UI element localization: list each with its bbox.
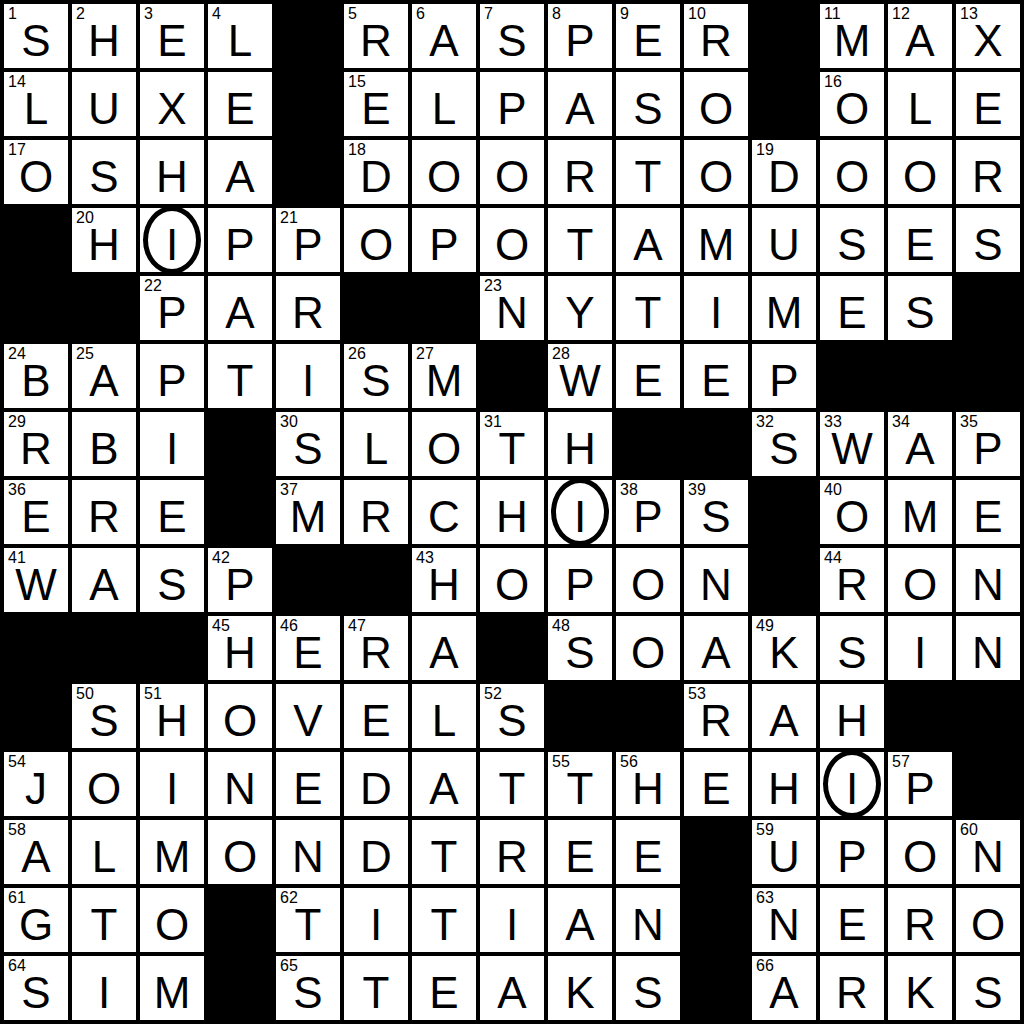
cell-letter: O (888, 563, 952, 607)
cell-r4c2[interactable]: 20H (72, 208, 136, 272)
cell-letter: O (616, 563, 680, 607)
cell-letter: M (140, 835, 204, 879)
cell-r11c5[interactable]: V (276, 684, 340, 748)
cell-r6c3[interactable]: P (140, 344, 204, 408)
cell-letter: O (412, 427, 476, 471)
cell-letter: L (412, 699, 476, 743)
cell-letter: M (140, 971, 204, 1015)
cell-r1c2[interactable]: 2H (72, 4, 136, 68)
cell-r9c3[interactable]: S (140, 548, 204, 612)
cell-r9c4[interactable]: 42P (208, 548, 272, 612)
cell-letter: O (820, 155, 884, 199)
cell-r3c8[interactable]: O (480, 140, 544, 204)
cell-r12c3[interactable]: I (140, 752, 204, 816)
block-cell-r10c2 (72, 616, 136, 680)
block-cell-r15c11 (684, 956, 748, 1020)
cell-r1c7[interactable]: 6A (412, 4, 476, 68)
cell-letter: U (752, 223, 816, 267)
cell-r10c11[interactable]: A (684, 616, 748, 680)
cell-letter: R (548, 155, 612, 199)
cell-r7c15[interactable]: 35P (956, 412, 1020, 476)
cell-letter: T (616, 291, 680, 335)
cell-letter: A (412, 631, 476, 675)
cell-letter: S (684, 495, 748, 539)
block-cell-r6c15 (956, 344, 1020, 408)
cell-letter: O (616, 631, 680, 675)
cell-r11c7[interactable]: L (412, 684, 476, 748)
cell-r3c13[interactable]: O (820, 140, 884, 204)
cell-r4c12[interactable]: U (752, 208, 816, 272)
cell-letter: R (684, 699, 748, 743)
cell-letter: P (820, 835, 884, 879)
cell-letter: A (888, 19, 952, 63)
cell-r12c5[interactable]: E (276, 752, 340, 816)
cell-letter: M (820, 19, 884, 63)
cell-letter: I (72, 971, 136, 1015)
cell-r2c4[interactable]: E (208, 72, 272, 136)
cell-r13c4[interactable]: O (208, 820, 272, 884)
cell-letter: E (208, 87, 272, 131)
cell-letter: P (276, 223, 340, 267)
cell-r14c15[interactable]: O (956, 888, 1020, 952)
cell-r9c11[interactable]: N (684, 548, 748, 612)
cell-r6c4[interactable]: T (208, 344, 272, 408)
cell-r13c5[interactable]: N (276, 820, 340, 884)
cell-r6c1[interactable]: 24B (4, 344, 68, 408)
cell-r14c8[interactable]: I (480, 888, 544, 952)
cell-r12c9[interactable]: 55T (548, 752, 612, 816)
cell-r3c6[interactable]: 18D (344, 140, 408, 204)
cell-r5c5[interactable]: R (276, 276, 340, 340)
cell-letter: U (72, 87, 136, 131)
cell-r8c5[interactable]: 37M (276, 480, 340, 544)
cell-r5c3[interactable]: 22P (140, 276, 204, 340)
cell-letter: B (4, 359, 68, 403)
cell-r11c6[interactable]: E (344, 684, 408, 748)
cell-r7c14[interactable]: 34A (888, 412, 952, 476)
cell-r10c12[interactable]: 49K (752, 616, 816, 680)
cell-r1c15[interactable]: 13X (956, 4, 1020, 68)
cell-letter: A (412, 19, 476, 63)
cell-r11c11[interactable]: 53R (684, 684, 748, 748)
cell-letter: S (4, 19, 68, 63)
cell-r2c6[interactable]: 15E (344, 72, 408, 136)
cell-letter: S (276, 971, 340, 1015)
cell-r4c13[interactable]: S (820, 208, 884, 272)
block-cell-r2c5 (276, 72, 340, 136)
cell-r9c1[interactable]: 41W (4, 548, 68, 612)
cell-letter: I (140, 223, 204, 267)
cell-letter: I (276, 359, 340, 403)
cell-r13c12[interactable]: 59U (752, 820, 816, 884)
cell-r7c5[interactable]: 30S (276, 412, 340, 476)
cell-letter: I (820, 767, 884, 811)
cell-r8c13[interactable]: 40O (820, 480, 884, 544)
cell-r4c15[interactable]: S (956, 208, 1020, 272)
block-cell-r7c10 (616, 412, 680, 476)
cell-r6c11[interactable]: E (684, 344, 748, 408)
cell-letter: P (616, 495, 680, 539)
cell-letter: P (888, 767, 952, 811)
cell-r8c14[interactable]: M (888, 480, 952, 544)
cell-letter: K (752, 631, 816, 675)
cell-letter: M (276, 495, 340, 539)
cell-r1c6[interactable]: 5R (344, 4, 408, 68)
cell-r9c7[interactable]: 43H (412, 548, 476, 612)
cell-r15c15[interactable]: S (956, 956, 1020, 1020)
cell-r12c10[interactable]: 56H (616, 752, 680, 816)
cell-r2c10[interactable]: S (616, 72, 680, 136)
cell-r2c13[interactable]: 16O (820, 72, 884, 136)
cell-r4c10[interactable]: A (616, 208, 680, 272)
cell-r12c6[interactable]: D (344, 752, 408, 816)
cell-r15c10[interactable]: S (616, 956, 680, 1020)
cell-r8c10[interactable]: 38P (616, 480, 680, 544)
cell-r3c3[interactable]: H (140, 140, 204, 204)
cell-letter: N (480, 291, 544, 335)
cell-r14c9[interactable]: A (548, 888, 612, 952)
cell-r10c6[interactable]: 47R (344, 616, 408, 680)
cell-r3c11[interactable]: O (684, 140, 748, 204)
cell-r14c3[interactable]: O (140, 888, 204, 952)
cell-r5c11[interactable]: I (684, 276, 748, 340)
cell-r14c14[interactable]: R (888, 888, 952, 952)
cell-r2c7[interactable]: L (412, 72, 476, 136)
cell-r11c3[interactable]: 51H (140, 684, 204, 748)
cell-r4c11[interactable]: M (684, 208, 748, 272)
cell-r14c7[interactable]: T (412, 888, 476, 952)
cell-r3c14[interactable]: O (888, 140, 952, 204)
cell-r5c10[interactable]: T (616, 276, 680, 340)
cell-letter: I (140, 767, 204, 811)
cell-r1c3[interactable]: 3E (140, 4, 204, 68)
cell-letter: T (344, 971, 408, 1015)
cell-r2c8[interactable]: P (480, 72, 544, 136)
cell-r5c12[interactable]: M (752, 276, 816, 340)
cell-letter: S (72, 155, 136, 199)
cell-r1c14[interactable]: 12A (888, 4, 952, 68)
cell-r12c2[interactable]: O (72, 752, 136, 816)
cell-letter: E (956, 87, 1020, 131)
cell-letter: R (956, 155, 1020, 199)
cell-r10c15[interactable]: N (956, 616, 1020, 680)
cell-r4c5[interactable]: 21P (276, 208, 340, 272)
cell-letter: N (276, 835, 340, 879)
cell-letter: M (752, 291, 816, 335)
cell-r13c6[interactable]: D (344, 820, 408, 884)
cell-r11c2[interactable]: 50S (72, 684, 136, 748)
cell-letter: S (820, 223, 884, 267)
cell-r2c2[interactable]: U (72, 72, 136, 136)
cell-r12c1[interactable]: 54J (4, 752, 68, 816)
cell-r3c10[interactable]: T (616, 140, 680, 204)
cell-r3c7[interactable]: O (412, 140, 476, 204)
cell-r3c4[interactable]: A (208, 140, 272, 204)
cell-letter: E (140, 495, 204, 539)
cell-r4c14[interactable]: E (888, 208, 952, 272)
cell-letter: P (956, 427, 1020, 471)
cell-letter: R (72, 495, 136, 539)
cell-r12c12[interactable]: H (752, 752, 816, 816)
cell-letter: A (72, 563, 136, 607)
cell-letter: L (412, 87, 476, 131)
cell-r2c1[interactable]: 14L (4, 72, 68, 136)
cell-r9c10[interactable]: O (616, 548, 680, 612)
cell-r13c9[interactable]: E (548, 820, 612, 884)
cell-r11c12[interactable]: A (752, 684, 816, 748)
cell-r14c6[interactable]: I (344, 888, 408, 952)
cell-r2c14[interactable]: L (888, 72, 952, 136)
cell-r15c1[interactable]: 64S (4, 956, 68, 1020)
cell-letter: O (888, 155, 952, 199)
cell-letter: S (276, 427, 340, 471)
cell-letter: I (684, 291, 748, 335)
block-cell-r13c11 (684, 820, 748, 884)
cell-r7c8[interactable]: 31T (480, 412, 544, 476)
cell-letter: W (4, 563, 68, 607)
cell-r3c15[interactable]: R (956, 140, 1020, 204)
cell-letter: N (752, 903, 816, 947)
cell-r1c9[interactable]: 8P (548, 4, 612, 68)
cell-r7c12[interactable]: 32S (752, 412, 816, 476)
cell-letter: E (820, 291, 884, 335)
block-cell-r9c12 (752, 548, 816, 612)
cell-r1c11[interactable]: 10R (684, 4, 748, 68)
cell-letter: I (480, 903, 544, 947)
cell-letter: A (480, 971, 544, 1015)
cell-r6c12[interactable]: P (752, 344, 816, 408)
cell-letter: B (72, 427, 136, 471)
block-cell-r1c5 (276, 4, 340, 68)
cell-r5c13[interactable]: E (820, 276, 884, 340)
cell-letter: K (888, 971, 952, 1015)
cell-r14c1[interactable]: 61G (4, 888, 68, 952)
block-cell-r3c5 (276, 140, 340, 204)
cell-r15c13[interactable]: R (820, 956, 884, 1020)
cell-letter: V (276, 699, 340, 743)
cell-r12c7[interactable]: A (412, 752, 476, 816)
cell-letter: O (4, 155, 68, 199)
cell-r15c7[interactable]: E (412, 956, 476, 1020)
cell-r5c4[interactable]: A (208, 276, 272, 340)
cell-r8c2[interactable]: R (72, 480, 136, 544)
cell-r10c13[interactable]: S (820, 616, 884, 680)
cell-r14c13[interactable]: E (820, 888, 884, 952)
cell-r15c6[interactable]: T (344, 956, 408, 1020)
cell-letter: L (72, 835, 136, 879)
cell-r7c6[interactable]: L (344, 412, 408, 476)
cell-r14c2[interactable]: T (72, 888, 136, 952)
cell-letter: I (888, 631, 952, 675)
cell-r6c5[interactable]: I (276, 344, 340, 408)
cell-r1c8[interactable]: 7S (480, 4, 544, 68)
cell-r8c15[interactable]: E (956, 480, 1020, 544)
cell-r10c4[interactable]: 45H (208, 616, 272, 680)
cell-r5c8[interactable]: 23N (480, 276, 544, 340)
cell-r10c5[interactable]: 46E (276, 616, 340, 680)
cell-r15c5[interactable]: 65S (276, 956, 340, 1020)
cell-r3c9[interactable]: R (548, 140, 612, 204)
cell-r2c15[interactable]: E (956, 72, 1020, 136)
cell-r10c7[interactable]: A (412, 616, 476, 680)
cell-letter: O (684, 155, 748, 199)
cell-r8c3[interactable]: E (140, 480, 204, 544)
cell-r5c14[interactable]: S (888, 276, 952, 340)
cell-letter: P (752, 359, 816, 403)
cell-r9c14[interactable]: O (888, 548, 952, 612)
cell-letter: O (208, 835, 272, 879)
block-cell-r5c6 (344, 276, 408, 340)
cell-r12c13[interactable]: I (820, 752, 884, 816)
cell-r7c13[interactable]: 33W (820, 412, 884, 476)
cell-r7c3[interactable]: I (140, 412, 204, 476)
cell-r2c9[interactable]: A (548, 72, 612, 136)
cell-letter: E (616, 359, 680, 403)
cell-r15c12[interactable]: 66A (752, 956, 816, 1020)
block-cell-r5c7 (412, 276, 476, 340)
cell-r8c1[interactable]: 36E (4, 480, 68, 544)
cell-r15c2[interactable]: I (72, 956, 136, 1020)
cell-letter: A (548, 87, 612, 131)
cell-r9c15[interactable]: N (956, 548, 1020, 612)
block-cell-r14c4 (208, 888, 272, 952)
cell-r8c9[interactable]: I (548, 480, 612, 544)
cell-r13c2[interactable]: L (72, 820, 136, 884)
cell-r9c9[interactable]: P (548, 548, 612, 612)
cell-r14c10[interactable]: N (616, 888, 680, 952)
cell-r12c14[interactable]: 57P (888, 752, 952, 816)
block-cell-r6c14 (888, 344, 952, 408)
cell-letter: D (344, 155, 408, 199)
cell-r13c1[interactable]: 58A (4, 820, 68, 884)
cell-r10c10[interactable]: O (616, 616, 680, 680)
cell-r7c7[interactable]: O (412, 412, 476, 476)
block-cell-r9c6 (344, 548, 408, 612)
cell-letter: T (480, 767, 544, 811)
cell-letter: P (548, 19, 612, 63)
cell-r6c2[interactable]: 25A (72, 344, 136, 408)
cell-r12c8[interactable]: T (480, 752, 544, 816)
cell-letter: N (208, 767, 272, 811)
cell-r3c2[interactable]: S (72, 140, 136, 204)
cell-r3c1[interactable]: 17O (4, 140, 68, 204)
cell-r1c13[interactable]: 11M (820, 4, 884, 68)
cell-r13c8[interactable]: R (480, 820, 544, 884)
cell-r12c4[interactable]: N (208, 752, 272, 816)
cell-r8c8[interactable]: H (480, 480, 544, 544)
cell-r4c9[interactable]: T (548, 208, 612, 272)
cell-r10c9[interactable]: 48S (548, 616, 612, 680)
cell-r13c7[interactable]: T (412, 820, 476, 884)
cell-r11c4[interactable]: O (208, 684, 272, 748)
cell-r13c3[interactable]: M (140, 820, 204, 884)
cell-letter: O (888, 835, 952, 879)
cell-letter: L (888, 87, 952, 131)
cell-r9c2[interactable]: A (72, 548, 136, 612)
cell-letter: R (820, 971, 884, 1015)
cell-r15c14[interactable]: K (888, 956, 952, 1020)
cell-r7c1[interactable]: 29R (4, 412, 68, 476)
cell-r6c7[interactable]: 27M (412, 344, 476, 408)
cell-letter: W (548, 359, 612, 403)
cell-r3c12[interactable]: 19D (752, 140, 816, 204)
cell-r14c12[interactable]: 63N (752, 888, 816, 952)
cell-letter: H (140, 699, 204, 743)
cell-r12c11[interactable]: E (684, 752, 748, 816)
cell-letter: H (548, 427, 612, 471)
cell-letter: T (548, 767, 612, 811)
cell-letter: E (616, 835, 680, 879)
cell-letter: E (616, 19, 680, 63)
cell-r8c7[interactable]: C (412, 480, 476, 544)
cell-r4c8[interactable]: O (480, 208, 544, 272)
cell-letter: E (140, 19, 204, 63)
block-cell-r10c3 (140, 616, 204, 680)
cell-letter: P (208, 563, 272, 607)
cell-letter: C (412, 495, 476, 539)
cell-letter: T (412, 835, 476, 879)
cell-r13c13[interactable]: P (820, 820, 884, 884)
cell-r1c1[interactable]: 1S (4, 4, 68, 68)
cell-r1c10[interactable]: 9E (616, 4, 680, 68)
cell-letter: R (276, 291, 340, 335)
cell-r10c14[interactable]: I (888, 616, 952, 680)
cell-r9c13[interactable]: 44R (820, 548, 884, 612)
cell-r2c11[interactable]: O (684, 72, 748, 136)
cell-letter: R (684, 19, 748, 63)
cell-r14c5[interactable]: 62T (276, 888, 340, 952)
cell-letter: N (956, 631, 1020, 675)
cell-r13c15[interactable]: 60N (956, 820, 1020, 884)
cell-r15c3[interactable]: M (140, 956, 204, 1020)
cell-r2c3[interactable]: X (140, 72, 204, 136)
cell-letter: E (344, 87, 408, 131)
cell-r1c4[interactable]: 4L (208, 4, 272, 68)
cell-r13c10[interactable]: E (616, 820, 680, 884)
cell-r6c6[interactable]: 26S (344, 344, 408, 408)
cell-letter: O (412, 155, 476, 199)
cell-letter: E (412, 971, 476, 1015)
block-cell-r8c4 (208, 480, 272, 544)
cell-letter: P (412, 223, 476, 267)
cell-r7c9[interactable]: H (548, 412, 612, 476)
cell-r15c8[interactable]: A (480, 956, 544, 1020)
cell-r11c13[interactable]: H (820, 684, 884, 748)
cell-r11c8[interactable]: 52S (480, 684, 544, 748)
cell-r6c9[interactable]: 28W (548, 344, 612, 408)
cell-r4c3[interactable]: I (140, 208, 204, 272)
block-cell-r7c4 (208, 412, 272, 476)
cell-r9c8[interactable]: O (480, 548, 544, 612)
cell-letter: H (72, 223, 136, 267)
cell-r4c7[interactable]: P (412, 208, 476, 272)
cell-r8c11[interactable]: 39S (684, 480, 748, 544)
cell-r13c14[interactable]: O (888, 820, 952, 884)
cell-r7c2[interactable]: B (72, 412, 136, 476)
cell-letter: J (4, 767, 68, 811)
cell-letter: H (616, 767, 680, 811)
cell-r4c6[interactable]: O (344, 208, 408, 272)
cell-r8c6[interactable]: R (344, 480, 408, 544)
cell-r6c10[interactable]: E (616, 344, 680, 408)
cell-r4c4[interactable]: P (208, 208, 272, 272)
cell-r15c9[interactable]: K (548, 956, 612, 1020)
cell-letter: T (72, 903, 136, 947)
cell-letter: M (888, 495, 952, 539)
cell-r5c9[interactable]: Y (548, 276, 612, 340)
cell-letter: P (140, 291, 204, 335)
cell-letter: T (616, 155, 680, 199)
